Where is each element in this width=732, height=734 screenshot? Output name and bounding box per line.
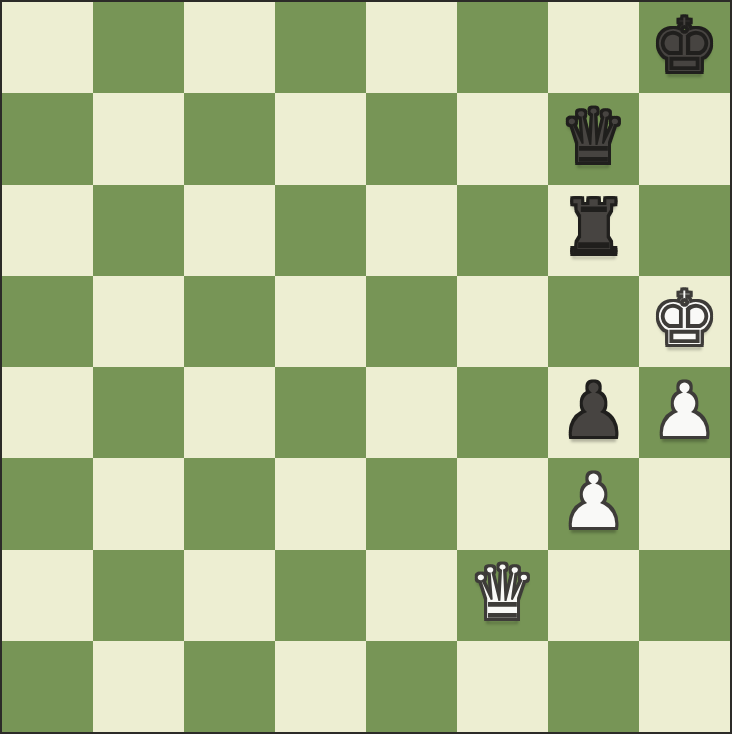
square-e3[interactable] (366, 458, 457, 549)
chess-board: ♚♛♜♚♟♟♟♛ (0, 0, 732, 734)
square-d4[interactable] (275, 367, 366, 458)
square-h1[interactable] (639, 641, 730, 732)
square-c6[interactable] (184, 185, 275, 276)
square-f5[interactable] (457, 276, 548, 367)
square-a8[interactable] (2, 2, 93, 93)
square-h5[interactable]: ♚ (639, 276, 730, 367)
square-e6[interactable] (366, 185, 457, 276)
square-c3[interactable] (184, 458, 275, 549)
square-g2[interactable] (548, 550, 639, 641)
square-f3[interactable] (457, 458, 548, 549)
white-king-piece[interactable]: ♚ (650, 281, 718, 357)
square-c2[interactable] (184, 550, 275, 641)
square-h6[interactable] (639, 185, 730, 276)
square-g3[interactable]: ♟ (548, 458, 639, 549)
square-e2[interactable] (366, 550, 457, 641)
black-queen-piece[interactable]: ♛ (559, 99, 627, 175)
square-g4[interactable]: ♟ (548, 367, 639, 458)
square-b2[interactable] (93, 550, 184, 641)
black-pawn-piece[interactable]: ♟ (559, 373, 627, 449)
square-b1[interactable] (93, 641, 184, 732)
square-e4[interactable] (366, 367, 457, 458)
square-c4[interactable] (184, 367, 275, 458)
white-queen-piece[interactable]: ♛ (468, 555, 536, 631)
square-d6[interactable] (275, 185, 366, 276)
square-f6[interactable] (457, 185, 548, 276)
square-b8[interactable] (93, 2, 184, 93)
square-c8[interactable] (184, 2, 275, 93)
white-pawn-piece[interactable]: ♟ (650, 373, 718, 449)
square-f2[interactable]: ♛ (457, 550, 548, 641)
square-g6[interactable]: ♜ (548, 185, 639, 276)
square-g5[interactable] (548, 276, 639, 367)
square-h4[interactable]: ♟ (639, 367, 730, 458)
square-b6[interactable] (93, 185, 184, 276)
square-d2[interactable] (275, 550, 366, 641)
black-king-piece[interactable]: ♚ (650, 8, 718, 84)
square-a5[interactable] (2, 276, 93, 367)
square-g1[interactable] (548, 641, 639, 732)
square-a2[interactable] (2, 550, 93, 641)
square-c1[interactable] (184, 641, 275, 732)
square-h3[interactable] (639, 458, 730, 549)
square-h2[interactable] (639, 550, 730, 641)
square-e8[interactable] (366, 2, 457, 93)
square-a1[interactable] (2, 641, 93, 732)
square-e1[interactable] (366, 641, 457, 732)
square-f8[interactable] (457, 2, 548, 93)
square-b3[interactable] (93, 458, 184, 549)
square-d1[interactable] (275, 641, 366, 732)
square-h7[interactable] (639, 93, 730, 184)
square-g8[interactable] (548, 2, 639, 93)
square-f1[interactable] (457, 641, 548, 732)
square-f7[interactable] (457, 93, 548, 184)
square-b7[interactable] (93, 93, 184, 184)
square-d3[interactable] (275, 458, 366, 549)
square-b5[interactable] (93, 276, 184, 367)
black-rook-piece[interactable]: ♜ (559, 190, 627, 266)
square-h8[interactable]: ♚ (639, 2, 730, 93)
square-a4[interactable] (2, 367, 93, 458)
white-pawn-piece[interactable]: ♟ (559, 464, 627, 540)
square-a3[interactable] (2, 458, 93, 549)
square-a7[interactable] (2, 93, 93, 184)
square-b4[interactable] (93, 367, 184, 458)
square-e7[interactable] (366, 93, 457, 184)
square-d7[interactable] (275, 93, 366, 184)
square-d5[interactable] (275, 276, 366, 367)
square-c5[interactable] (184, 276, 275, 367)
square-e5[interactable] (366, 276, 457, 367)
square-g7[interactable]: ♛ (548, 93, 639, 184)
chess-board-grid: ♚♛♜♚♟♟♟♛ (2, 2, 730, 732)
square-f4[interactable] (457, 367, 548, 458)
square-c7[interactable] (184, 93, 275, 184)
square-a6[interactable] (2, 185, 93, 276)
square-d8[interactable] (275, 2, 366, 93)
